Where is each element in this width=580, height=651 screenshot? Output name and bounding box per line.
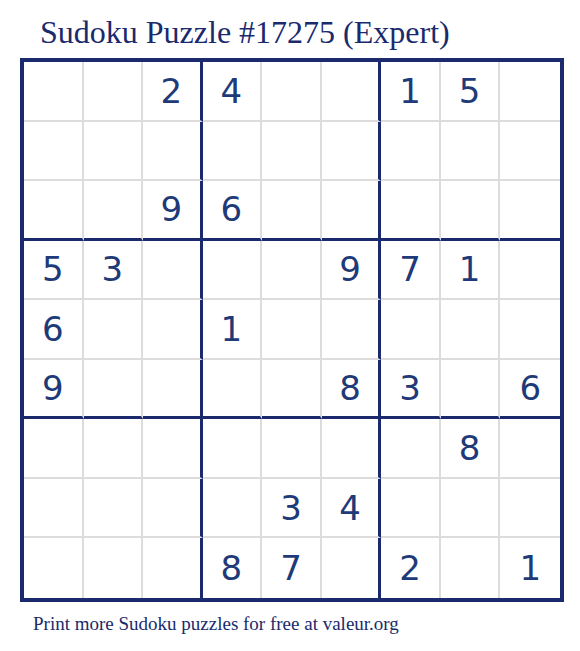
sudoku-cell-r8c3[interactable] xyxy=(143,479,203,539)
sudoku-cell-r5c4[interactable]: 1 xyxy=(203,300,263,360)
sudoku-cell-r2c4[interactable] xyxy=(203,122,263,182)
sudoku-cell-r1c1[interactable] xyxy=(24,62,84,122)
sudoku-cell-r1c9[interactable] xyxy=(500,62,560,122)
sudoku-page: Sudoku Puzzle #17275 (Expert) 2415965397… xyxy=(0,0,580,651)
sudoku-cell-r9c9[interactable]: 1 xyxy=(500,538,560,598)
sudoku-cell-r4c4[interactable] xyxy=(203,241,263,301)
sudoku-cell-r9c8[interactable] xyxy=(441,538,501,598)
sudoku-cell-r3c2[interactable] xyxy=(84,181,144,241)
sudoku-cell-r9c6[interactable] xyxy=(322,538,382,598)
sudoku-cell-r7c8[interactable]: 8 xyxy=(441,419,501,479)
sudoku-cell-r1c6[interactable] xyxy=(322,62,382,122)
sudoku-cell-r6c2[interactable] xyxy=(84,360,144,420)
sudoku-cell-r3c4[interactable]: 6 xyxy=(203,181,263,241)
sudoku-cell-r2c8[interactable] xyxy=(441,122,501,182)
sudoku-cell-r4c6[interactable]: 9 xyxy=(322,241,382,301)
sudoku-cell-r3c7[interactable] xyxy=(381,181,441,241)
sudoku-cell-r2c3[interactable] xyxy=(143,122,203,182)
sudoku-cell-r7c9[interactable] xyxy=(500,419,560,479)
sudoku-cell-r1c5[interactable] xyxy=(262,62,322,122)
sudoku-cell-r3c8[interactable] xyxy=(441,181,501,241)
sudoku-cell-r5c3[interactable] xyxy=(143,300,203,360)
sudoku-cell-r8c4[interactable] xyxy=(203,479,263,539)
sudoku-cell-r5c2[interactable] xyxy=(84,300,144,360)
footer-text: Print more Sudoku puzzles for free at va… xyxy=(33,613,399,635)
sudoku-cell-r6c7[interactable]: 3 xyxy=(381,360,441,420)
sudoku-cell-r6c1[interactable]: 9 xyxy=(24,360,84,420)
sudoku-cell-r9c7[interactable]: 2 xyxy=(381,538,441,598)
sudoku-cell-r6c3[interactable] xyxy=(143,360,203,420)
sudoku-cell-r9c3[interactable] xyxy=(143,538,203,598)
sudoku-cell-r5c5[interactable] xyxy=(262,300,322,360)
sudoku-cell-r2c2[interactable] xyxy=(84,122,144,182)
sudoku-cell-r8c2[interactable] xyxy=(84,479,144,539)
sudoku-cell-r2c6[interactable] xyxy=(322,122,382,182)
sudoku-cell-r4c9[interactable] xyxy=(500,241,560,301)
sudoku-cell-r6c9[interactable]: 6 xyxy=(500,360,560,420)
sudoku-cell-r4c8[interactable]: 1 xyxy=(441,241,501,301)
sudoku-cell-r5c9[interactable] xyxy=(500,300,560,360)
sudoku-cell-r1c4[interactable]: 4 xyxy=(203,62,263,122)
sudoku-cell-r5c7[interactable] xyxy=(381,300,441,360)
sudoku-cell-r3c5[interactable] xyxy=(262,181,322,241)
sudoku-cell-r8c6[interactable]: 4 xyxy=(322,479,382,539)
sudoku-cell-r8c7[interactable] xyxy=(381,479,441,539)
sudoku-cell-r7c1[interactable] xyxy=(24,419,84,479)
sudoku-cell-r2c9[interactable] xyxy=(500,122,560,182)
sudoku-cell-r4c7[interactable]: 7 xyxy=(381,241,441,301)
sudoku-cell-r5c8[interactable] xyxy=(441,300,501,360)
sudoku-cell-r5c1[interactable]: 6 xyxy=(24,300,84,360)
sudoku-cell-r2c5[interactable] xyxy=(262,122,322,182)
sudoku-cell-r4c2[interactable]: 3 xyxy=(84,241,144,301)
sudoku-cell-r4c3[interactable] xyxy=(143,241,203,301)
sudoku-cell-r4c1[interactable]: 5 xyxy=(24,241,84,301)
sudoku-cell-r7c5[interactable] xyxy=(262,419,322,479)
sudoku-cell-r9c2[interactable] xyxy=(84,538,144,598)
sudoku-cell-r8c9[interactable] xyxy=(500,479,560,539)
sudoku-cell-r9c4[interactable]: 8 xyxy=(203,538,263,598)
sudoku-cell-r3c6[interactable] xyxy=(322,181,382,241)
sudoku-cell-r6c4[interactable] xyxy=(203,360,263,420)
sudoku-cell-r2c1[interactable] xyxy=(24,122,84,182)
sudoku-cell-r9c1[interactable] xyxy=(24,538,84,598)
sudoku-cell-r7c6[interactable] xyxy=(322,419,382,479)
sudoku-cell-r3c3[interactable]: 9 xyxy=(143,181,203,241)
sudoku-cell-r1c7[interactable]: 1 xyxy=(381,62,441,122)
sudoku-cell-r7c7[interactable] xyxy=(381,419,441,479)
sudoku-cell-r1c3[interactable]: 2 xyxy=(143,62,203,122)
sudoku-cell-r9c5[interactable]: 7 xyxy=(262,538,322,598)
sudoku-cell-r7c3[interactable] xyxy=(143,419,203,479)
sudoku-cell-r8c5[interactable]: 3 xyxy=(262,479,322,539)
sudoku-cell-r7c4[interactable] xyxy=(203,419,263,479)
sudoku-cell-r6c5[interactable] xyxy=(262,360,322,420)
sudoku-cell-r6c8[interactable] xyxy=(441,360,501,420)
sudoku-cell-r4c5[interactable] xyxy=(262,241,322,301)
sudoku-grid: 241596539716198368348721 xyxy=(20,58,564,602)
page-title: Sudoku Puzzle #17275 (Expert) xyxy=(40,14,450,51)
sudoku-cell-r1c2[interactable] xyxy=(84,62,144,122)
sudoku-cell-r8c8[interactable] xyxy=(441,479,501,539)
sudoku-cell-r7c2[interactable] xyxy=(84,419,144,479)
sudoku-cell-r5c6[interactable] xyxy=(322,300,382,360)
sudoku-cell-r8c1[interactable] xyxy=(24,479,84,539)
sudoku-cell-r3c9[interactable] xyxy=(500,181,560,241)
sudoku-cell-r3c1[interactable] xyxy=(24,181,84,241)
sudoku-cell-r1c8[interactable]: 5 xyxy=(441,62,501,122)
sudoku-cell-r2c7[interactable] xyxy=(381,122,441,182)
sudoku-cell-r6c6[interactable]: 8 xyxy=(322,360,382,420)
